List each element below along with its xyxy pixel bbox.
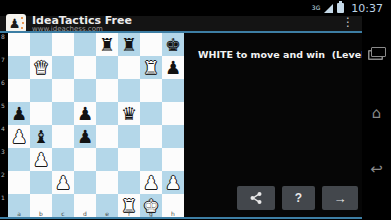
rank-label-6: 6 [1,80,8,86]
square-c4[interactable] [52,125,74,148]
rank-label-1: 1 [1,195,8,201]
piece-white-queen: ♛ [30,56,52,79]
square-b2[interactable] [30,171,52,194]
signal-icon [324,4,333,13]
share-button[interactable] [237,186,275,210]
share-icon [249,191,263,205]
square-f5[interactable]: ♛ [118,102,140,125]
square-a7[interactable] [8,56,30,79]
piece-black-king: ♚ [162,33,184,56]
square-e5[interactable] [96,102,118,125]
square-f6[interactable] [118,79,140,102]
square-f2[interactable] [118,171,140,194]
action-bar: ♟ IdeaTactics Free www.ideachess.com ⋮ [0,16,362,31]
piece-white-rook: ♜ [140,56,162,79]
square-h3[interactable] [162,148,184,171]
piece-black-queen: ♛ [118,102,140,125]
home-icon[interactable]: ⌂ [362,104,391,122]
piece-black-pawn: ♟ [162,56,184,79]
piece-black-rook: ♜ [96,33,118,56]
file-label-c: c [52,210,74,217]
square-e7[interactable] [96,56,118,79]
battery-icon [337,3,344,13]
square-a5[interactable]: ♟ [8,102,30,125]
rank-labels: 87654321 [0,33,8,217]
square-g2[interactable]: ♟ [140,171,162,194]
square-h7[interactable]: ♟ [162,56,184,79]
piece-white-pawn: ♟ [162,171,184,194]
square-f7[interactable] [118,56,140,79]
square-c5[interactable] [52,102,74,125]
file-label-d: d [74,210,96,217]
piece-white-pawn: ♟ [52,171,74,194]
chess-piece-logo-icon: ♟ [9,17,21,30]
square-b4[interactable]: ♝ [30,125,52,148]
rank-label-2: 2 [1,172,8,178]
file-label-f: f [118,210,140,217]
square-d5[interactable]: ♟ [74,102,96,125]
square-a8[interactable] [8,33,30,56]
square-e4[interactable] [96,125,118,148]
square-e8[interactable]: ♜ [96,33,118,56]
square-d8[interactable] [74,33,96,56]
square-f4[interactable] [118,125,140,148]
file-label-e: e [96,210,118,217]
square-b5[interactable] [30,102,52,125]
square-d3[interactable] [74,148,96,171]
rank-label-4: 4 [1,126,8,132]
rank-label-3: 3 [1,149,8,155]
navigation-bar: ⌂ ↩ [362,16,391,220]
square-g8[interactable] [140,33,162,56]
square-d6[interactable] [74,79,96,102]
square-f8[interactable]: ♜ [118,33,140,56]
square-c8[interactable] [52,33,74,56]
square-a3[interactable] [8,148,30,171]
square-a2[interactable] [8,171,30,194]
piece-black-rook: ♜ [118,33,140,56]
square-c3[interactable] [52,148,74,171]
puzzle-button-row: ? → [237,186,358,210]
file-label-a: a [8,210,30,217]
network-type-label: 3G [312,5,320,11]
board-bottom-accent-line [0,217,362,219]
square-d2[interactable] [74,171,96,194]
file-label-b: b [30,210,52,217]
puzzle-prompt: WHITE to move and win (Level D) [198,49,380,60]
square-g7[interactable]: ♜ [140,56,162,79]
square-c2[interactable]: ♟ [52,171,74,194]
square-a6[interactable] [8,79,30,102]
square-g3[interactable] [140,148,162,171]
square-b7[interactable]: ♛ [30,56,52,79]
square-d4[interactable]: ♟ [74,125,96,148]
piece-black-pawn: ♟ [8,102,30,125]
piece-black-bishop: ♝ [30,125,52,148]
chess-board[interactable]: ♜♜♚♛♜♟♟♟♛♟♝♟♟♟♟♟♜♚ [8,33,184,217]
recents-icon[interactable] [362,44,391,60]
rank-label-8: 8 [1,34,8,40]
square-b6[interactable] [30,79,52,102]
square-c6[interactable] [52,79,74,102]
square-e6[interactable] [96,79,118,102]
file-label-h: h [162,210,184,217]
square-c7[interactable] [52,56,74,79]
piece-white-pawn: ♟ [140,171,162,194]
square-e3[interactable] [96,148,118,171]
square-b3[interactable]: ♟ [30,148,52,171]
back-icon[interactable]: ↩ [362,160,391,178]
file-label-g: g [140,210,162,217]
square-g4[interactable] [140,125,162,148]
piece-white-pawn: ♟ [30,148,52,171]
square-h4[interactable] [162,125,184,148]
square-g5[interactable] [140,102,162,125]
square-e2[interactable] [96,171,118,194]
file-labels: abcdefgh [8,210,184,217]
piece-white-pawn: ♟ [8,125,30,148]
square-a4[interactable]: ♟ [8,125,30,148]
square-h6[interactable] [162,79,184,102]
next-move-button[interactable]: → [322,186,358,210]
help-button[interactable]: ? [282,186,315,210]
square-f3[interactable] [118,148,140,171]
square-g6[interactable] [140,79,162,102]
clock: 10:37 [351,2,383,15]
rank-label-7: 7 [1,57,8,63]
square-h2[interactable]: ♟ [162,171,184,194]
puzzle-panel: WHITE to move and win (Level D) ? → [184,33,362,217]
piece-black-pawn: ♟ [74,102,96,125]
square-b8[interactable] [30,33,52,56]
piece-black-pawn: ♟ [74,125,96,148]
overflow-menu-icon[interactable]: ⋮ [342,15,354,30]
rank-label-5: 5 [1,103,8,109]
square-h5[interactable] [162,102,184,125]
square-d7[interactable] [74,56,96,79]
square-h8[interactable]: ♚ [162,33,184,56]
